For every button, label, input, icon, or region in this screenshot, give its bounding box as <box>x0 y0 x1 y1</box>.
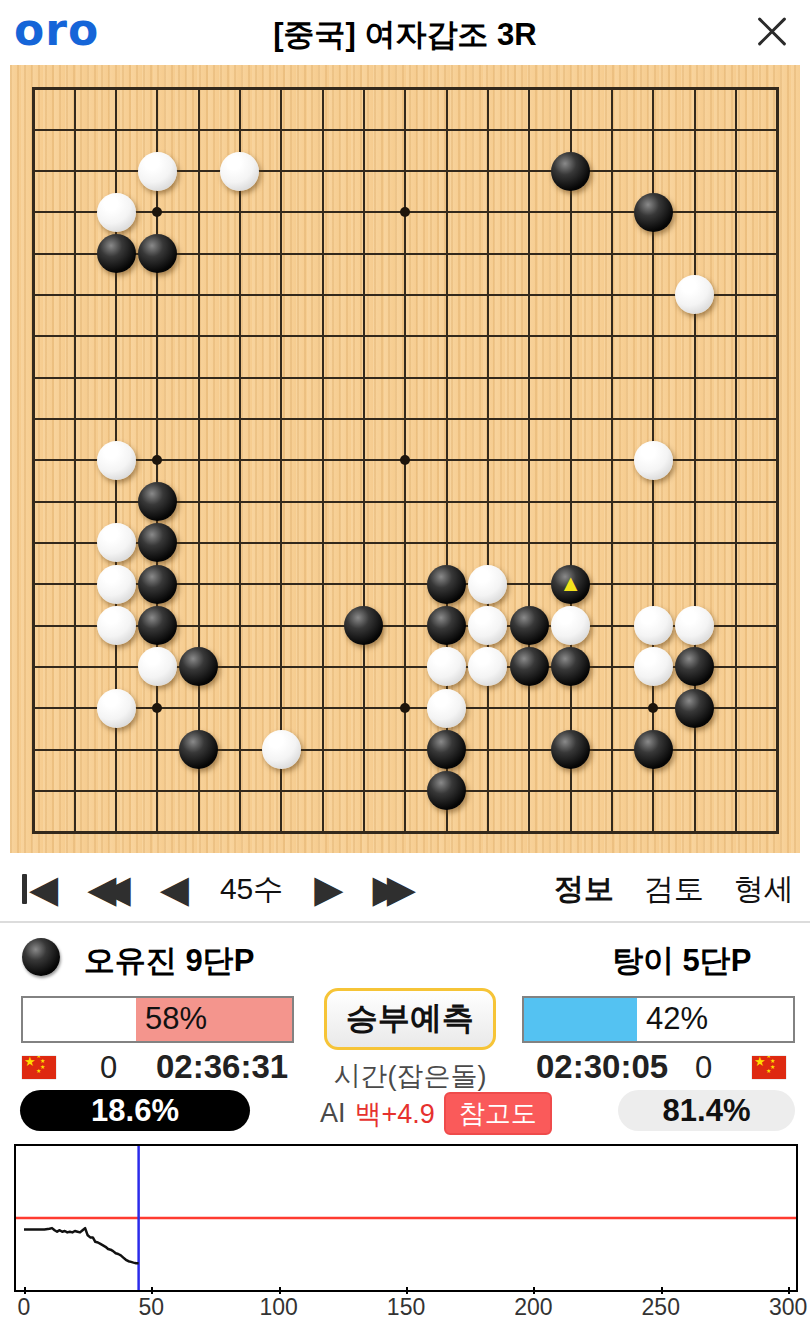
grid-line <box>32 790 779 792</box>
stone-white <box>138 152 177 191</box>
stone-white <box>97 565 136 604</box>
x-tick-mark <box>406 1287 408 1294</box>
black-stone-icon <box>22 938 60 976</box>
close-icon[interactable] <box>750 10 794 54</box>
x-tick-mark <box>788 1287 790 1294</box>
stone-white <box>262 730 301 769</box>
x-tick-label: 50 <box>139 1294 165 1321</box>
stone-white <box>138 647 177 686</box>
prediction-button[interactable]: 승부예측 <box>324 988 496 1050</box>
tab-review[interactable]: 검토 <box>644 869 704 910</box>
black-ai-winrate-pill: 18.6% <box>20 1090 250 1131</box>
stone-black <box>138 234 177 273</box>
stone-white <box>427 689 466 728</box>
white-ai-winrate-pill: 81.4% <box>618 1090 795 1131</box>
stone-black <box>427 771 466 810</box>
white-prediction-bar: 42% <box>522 996 795 1043</box>
forward-button[interactable]: ▶ <box>314 870 343 908</box>
stone-black <box>634 730 673 769</box>
grid-line <box>611 87 613 834</box>
grid-line <box>570 87 572 834</box>
star-point <box>400 703 410 713</box>
white-clock: 02:30:05 <box>536 1048 668 1086</box>
winrate-graph <box>14 1144 798 1292</box>
x-tick-mark <box>661 1287 663 1294</box>
winrate-graph-svg <box>16 1146 796 1290</box>
stone-black <box>510 647 549 686</box>
page-title: [중국] 여자갑조 3R <box>0 14 810 56</box>
stone-black <box>675 689 714 728</box>
grid-line <box>735 87 737 834</box>
move-nav-bar: ◀ ◀ ◀ ◀ 45수 ▶ ▶ ▶ 정보 검토 형세 <box>0 858 810 920</box>
go-board: ▲ <box>10 65 800 853</box>
stone-black <box>138 606 177 645</box>
stone-black <box>138 523 177 562</box>
header: oro [중국] 여자갑조 3R <box>0 0 810 63</box>
stone-white <box>675 275 714 314</box>
china-flag-icon: ★ ★ ★ ★ ★ <box>752 1056 786 1079</box>
stone-white <box>427 647 466 686</box>
stone-black <box>179 730 218 769</box>
black-clock: 02:36:31 <box>156 1048 288 1086</box>
go-viewer-app: oro [중국] 여자갑조 3R ▲ ◀ ◀ ◀ ◀ 45수 ▶ <box>0 0 810 1328</box>
move-counter: 45수 <box>218 869 285 910</box>
x-tick-label: 250 <box>642 1294 680 1321</box>
black-prediction-label: 58% <box>145 1001 207 1037</box>
stone-white <box>634 606 673 645</box>
star-point <box>152 207 162 217</box>
black-prediction-bar: 58% <box>21 996 294 1043</box>
white-captures-count: 0 <box>695 1050 712 1086</box>
stone-black <box>634 193 673 232</box>
black-player-name: 오유진 9단P <box>84 940 255 982</box>
stone-black <box>344 606 383 645</box>
x-tick-mark <box>279 1287 281 1294</box>
reference-diagram-button[interactable]: 참고도 <box>444 1092 552 1135</box>
star-point <box>152 455 162 465</box>
last-move-marker: ▲ <box>559 572 582 595</box>
stone-black <box>427 606 466 645</box>
grid-line <box>32 831 779 834</box>
white-player-name: 탕이 5단P <box>612 940 752 982</box>
x-tick-mark <box>24 1287 26 1294</box>
stone-black <box>138 565 177 604</box>
star-point <box>400 455 410 465</box>
stone-black <box>510 606 549 645</box>
divider <box>0 921 810 923</box>
ai-label: AI <box>320 1098 346 1129</box>
x-tick-label: 100 <box>260 1294 298 1321</box>
time-captures-caption: 시간(잡은돌) <box>324 1058 496 1094</box>
stone-white <box>634 647 673 686</box>
fast-back-button[interactable]: ◀ ◀ <box>87 870 130 908</box>
stone-black: ▲ <box>551 565 590 604</box>
stone-white <box>468 647 507 686</box>
start-icon: ◀ <box>29 870 58 908</box>
x-tick-label: 300 <box>769 1294 807 1321</box>
x-tick-label: 0 <box>18 1294 31 1321</box>
stone-white <box>675 606 714 645</box>
stone-white <box>468 606 507 645</box>
stone-white <box>220 152 259 191</box>
stone-white <box>551 606 590 645</box>
stone-white <box>634 441 673 480</box>
graph-x-axis: 050100150200250300 <box>0 1294 810 1324</box>
stone-black <box>97 234 136 273</box>
stone-white <box>97 689 136 728</box>
player-info-panel: 오유진 9단P 탕이 5단P 58% 42% ★ ★ ★ ★ ★ ★ ★ ★ ★… <box>0 926 810 1140</box>
fast-forward-button[interactable]: ▶ ▶ <box>373 870 416 908</box>
white-prediction-label: 42% <box>646 1001 708 1037</box>
white-prediction-fill <box>524 998 637 1041</box>
tab-info[interactable]: 정보 <box>554 869 614 910</box>
grid-line <box>487 87 489 834</box>
stone-white <box>97 606 136 645</box>
stone-black <box>551 730 590 769</box>
x-tick-mark <box>151 1287 153 1294</box>
grid-line <box>776 87 779 834</box>
stone-black <box>551 647 590 686</box>
x-tick-label: 150 <box>387 1294 425 1321</box>
stone-white <box>97 523 136 562</box>
china-flag-icon: ★ ★ ★ ★ ★ <box>22 1056 56 1079</box>
ai-score: 백+4.9 <box>355 1096 435 1132</box>
stone-white <box>468 565 507 604</box>
tab-analysis[interactable]: 형세 <box>734 869 794 910</box>
x-tick-label: 200 <box>514 1294 552 1321</box>
star-point <box>400 207 410 217</box>
stone-black <box>427 730 466 769</box>
stone-white <box>97 193 136 232</box>
back-button[interactable]: ◀ <box>160 870 189 908</box>
stone-white <box>97 441 136 480</box>
stone-black <box>179 647 218 686</box>
stone-black <box>427 565 466 604</box>
grid-line <box>528 87 530 834</box>
stone-black <box>138 482 177 521</box>
black-captures-count: 0 <box>100 1050 117 1086</box>
x-tick-mark <box>533 1287 535 1294</box>
star-point <box>648 703 658 713</box>
stone-black <box>675 647 714 686</box>
forward-icon: ▶ <box>314 870 343 908</box>
stone-black <box>551 152 590 191</box>
back-icon: ◀ <box>160 870 189 908</box>
go-to-start-button[interactable]: ◀ <box>22 870 58 908</box>
star-point <box>152 703 162 713</box>
